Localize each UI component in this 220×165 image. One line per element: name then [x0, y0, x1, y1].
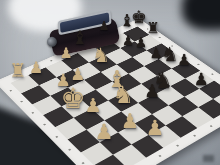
piece-black-bishop-f8: ♝ [120, 13, 135, 30]
piece-white-pawn-e2: ♟ [121, 111, 139, 131]
piece-white-pawn-c2: ♟ [94, 121, 113, 142]
piece-white-pawn-d3: ♟ [84, 96, 101, 115]
piece-black-pawn-f3: ♟ [144, 82, 160, 100]
piece-black-rook-h7: ♜ [146, 21, 160, 36]
piece-white-king-b3: ♚ [60, 85, 85, 113]
captured-white-pawn: ♟ [59, 46, 72, 61]
piece-white-pawn-f2: ♟ [146, 118, 165, 139]
piece-white-knight-d4: ♞ [112, 83, 134, 107]
piece-black-pawn-h3: ♟ [193, 71, 208, 88]
photo-smudge-mark [203, 155, 214, 162]
piece-black-pawn-f7: ♟ [122, 34, 134, 48]
piece-white-rook-b7: ♜ [9, 61, 26, 80]
piece-black-pawn-h4: ♟ [177, 53, 191, 68]
captured-black-pawn: ♟ [98, 20, 109, 32]
piece-white-pawn-b6: ♟ [29, 60, 43, 76]
piece-white-knight-d6: ♞ [92, 46, 110, 66]
captured-black-bishop: ♝ [72, 29, 89, 48]
dark-background-corner [182, 0, 220, 30]
piece-black-pawn-g7: ♟ [135, 36, 147, 50]
chess-game-photo-scene: ♚♝♟♜♝♟♟♟♟♞♞♟♟♜♟♟♟♝♞♟♞♚♟♟♟♟ [0, 0, 220, 165]
